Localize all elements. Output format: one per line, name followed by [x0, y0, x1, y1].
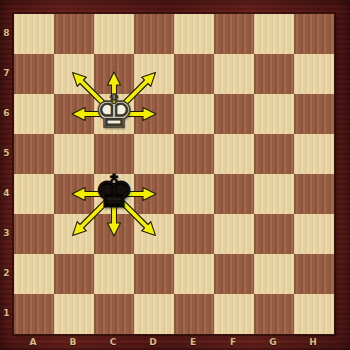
file-label-h: H: [293, 334, 333, 350]
file-label-a: A: [13, 334, 53, 350]
white-king-c6[interactable]: ♚: [94, 89, 134, 134]
file-label-e: E: [173, 334, 213, 350]
file-label-d: D: [133, 334, 173, 350]
rank-label-8: 8: [0, 13, 13, 53]
file-label-g: G: [253, 334, 293, 350]
file-label-f: F: [213, 334, 253, 350]
rank-label-4: 4: [0, 173, 13, 213]
rank-label-2: 2: [0, 253, 13, 293]
board: ♚♚: [13, 13, 335, 335]
rank-label-1: 1: [0, 293, 13, 333]
rank-label-7: 7: [0, 53, 13, 93]
rank-label-3: 3: [0, 213, 13, 253]
file-label-c: C: [93, 334, 133, 350]
black-king-c4[interactable]: ♚: [94, 169, 134, 214]
rank-label-5: 5: [0, 133, 13, 173]
rank-label-6: 6: [0, 93, 13, 133]
file-label-b: B: [53, 334, 93, 350]
pieces: ♚♚: [14, 14, 334, 334]
chess-diagram: 87654321 ABCDEFGH ♚♚: [0, 0, 350, 350]
